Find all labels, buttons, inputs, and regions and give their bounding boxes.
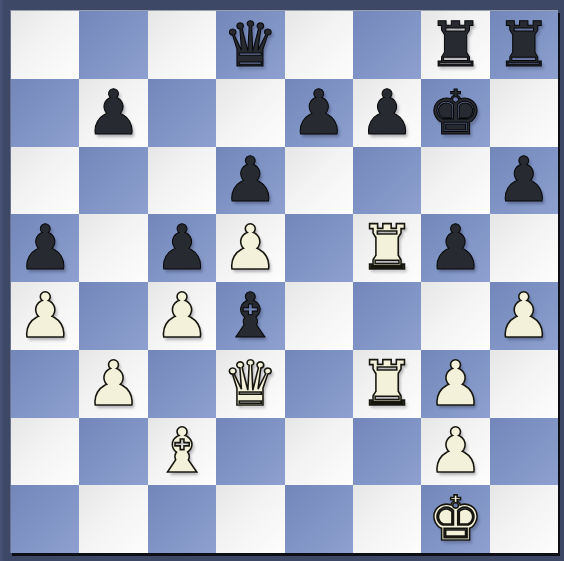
black-rook-piece[interactable]: ♜ [496,14,552,76]
square-f3[interactable]: ♜ [353,350,421,418]
white-pawn-piece[interactable]: ♟ [17,285,73,347]
black-pawn-piece[interactable]: ♟ [359,82,415,144]
square-e2[interactable] [285,418,353,486]
square-e4[interactable] [285,282,353,350]
square-e1[interactable] [285,485,353,553]
square-b7[interactable]: ♟ [79,79,147,147]
square-b5[interactable] [79,214,147,282]
black-king-piece[interactable]: ♚ [428,82,484,144]
black-pawn-piece[interactable]: ♟ [17,217,73,279]
square-g3[interactable]: ♟ [421,350,489,418]
square-d5[interactable]: ♟ [216,214,284,282]
white-pawn-piece[interactable]: ♟ [86,353,142,415]
square-g5[interactable]: ♟ [421,214,489,282]
square-e7[interactable]: ♟ [285,79,353,147]
black-rook-piece[interactable]: ♜ [428,14,484,76]
square-b4[interactable] [79,282,147,350]
square-g7[interactable]: ♚ [421,79,489,147]
square-f5[interactable]: ♜ [353,214,421,282]
square-h6[interactable]: ♟ [490,147,558,215]
square-g8[interactable]: ♜ [421,11,489,79]
white-rook-piece[interactable]: ♜ [359,353,415,415]
square-c1[interactable] [148,485,216,553]
black-bishop-piece[interactable]: ♝ [223,285,279,347]
window-background: ♛♜♜♟♟♟♚♟♟♟♟♟♜♟♟♟♝♟♟♛♜♟♝♟♚ [0,0,564,561]
square-f6[interactable] [353,147,421,215]
black-pawn-piece[interactable]: ♟ [291,82,347,144]
white-bishop-piece[interactable]: ♝ [154,420,210,482]
square-c2[interactable]: ♝ [148,418,216,486]
square-g1[interactable]: ♚ [421,485,489,553]
black-pawn-piece[interactable]: ♟ [496,149,552,211]
square-d2[interactable] [216,418,284,486]
black-queen-piece[interactable]: ♛ [223,14,279,76]
white-pawn-piece[interactable]: ♟ [223,217,279,279]
square-e6[interactable] [285,147,353,215]
square-a3[interactable] [11,350,79,418]
square-b2[interactable] [79,418,147,486]
chess-board: ♛♜♜♟♟♟♚♟♟♟♟♟♜♟♟♟♝♟♟♛♜♟♝♟♚ [10,10,558,553]
white-pawn-piece[interactable]: ♟ [154,285,210,347]
square-d8[interactable]: ♛ [216,11,284,79]
square-c5[interactable]: ♟ [148,214,216,282]
white-pawn-piece[interactable]: ♟ [496,285,552,347]
square-a6[interactable] [11,147,79,215]
square-e5[interactable] [285,214,353,282]
black-pawn-piece[interactable]: ♟ [428,217,484,279]
square-h1[interactable] [490,485,558,553]
square-g4[interactable] [421,282,489,350]
square-f8[interactable] [353,11,421,79]
white-pawn-piece[interactable]: ♟ [428,353,484,415]
square-h7[interactable] [490,79,558,147]
square-h5[interactable] [490,214,558,282]
square-e3[interactable] [285,350,353,418]
white-rook-piece[interactable]: ♜ [359,217,415,279]
black-pawn-piece[interactable]: ♟ [86,82,142,144]
square-g6[interactable] [421,147,489,215]
white-pawn-piece[interactable]: ♟ [428,420,484,482]
square-c4[interactable]: ♟ [148,282,216,350]
square-a8[interactable] [11,11,79,79]
black-pawn-piece[interactable]: ♟ [154,217,210,279]
square-a5[interactable]: ♟ [11,214,79,282]
square-d3[interactable]: ♛ [216,350,284,418]
square-a4[interactable]: ♟ [11,282,79,350]
square-b8[interactable] [79,11,147,79]
square-c8[interactable] [148,11,216,79]
square-f4[interactable] [353,282,421,350]
square-f1[interactable] [353,485,421,553]
square-c3[interactable] [148,350,216,418]
square-d4[interactable]: ♝ [216,282,284,350]
square-h2[interactable] [490,418,558,486]
square-c6[interactable] [148,147,216,215]
square-d1[interactable] [216,485,284,553]
square-b1[interactable] [79,485,147,553]
square-f2[interactable] [353,418,421,486]
square-e8[interactable] [285,11,353,79]
square-h4[interactable]: ♟ [490,282,558,350]
square-h3[interactable] [490,350,558,418]
white-king-piece[interactable]: ♚ [428,488,484,550]
square-d7[interactable] [216,79,284,147]
square-h8[interactable]: ♜ [490,11,558,79]
white-queen-piece[interactable]: ♛ [223,353,279,415]
square-b3[interactable]: ♟ [79,350,147,418]
square-a2[interactable] [11,418,79,486]
square-a1[interactable] [11,485,79,553]
square-a7[interactable] [11,79,79,147]
square-b6[interactable] [79,147,147,215]
black-pawn-piece[interactable]: ♟ [223,149,279,211]
square-f7[interactable]: ♟ [353,79,421,147]
square-g2[interactable]: ♟ [421,418,489,486]
square-d6[interactable]: ♟ [216,147,284,215]
square-c7[interactable] [148,79,216,147]
